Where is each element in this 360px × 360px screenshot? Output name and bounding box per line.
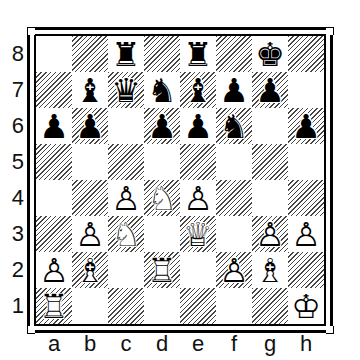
- white-pawn[interactable]: ♟♙: [72, 216, 108, 252]
- square-h5[interactable]: [288, 144, 324, 180]
- white-bishop[interactable]: ♝♗: [72, 252, 108, 288]
- piece-outline: ♖: [144, 252, 180, 288]
- file-label-d: d: [144, 331, 180, 356]
- file-label-f: f: [216, 331, 252, 356]
- rank-label-3: 3: [0, 216, 26, 252]
- square-b2[interactable]: ♝♗: [72, 252, 108, 288]
- black-bishop[interactable]: ♝: [180, 72, 216, 108]
- square-f3[interactable]: [216, 216, 252, 252]
- square-h8[interactable]: [288, 36, 324, 72]
- square-b4[interactable]: [72, 180, 108, 216]
- white-pawn[interactable]: ♟♙: [288, 216, 324, 252]
- square-b5[interactable]: [72, 144, 108, 180]
- white-pawn[interactable]: ♟♙: [108, 180, 144, 216]
- square-a5[interactable]: [36, 144, 72, 180]
- frame-corner-notch: [326, 27, 334, 35]
- square-c8[interactable]: ♜: [108, 36, 144, 72]
- rank-label-7: 7: [0, 72, 26, 108]
- white-pawn[interactable]: ♟♙: [36, 252, 72, 288]
- square-b6[interactable]: ♟: [72, 108, 108, 144]
- square-h4[interactable]: [288, 180, 324, 216]
- frame-corner-notch: [27, 27, 35, 35]
- square-e4[interactable]: ♟♙: [180, 180, 216, 216]
- square-c1[interactable]: [108, 288, 144, 324]
- piece-outline: ♙: [72, 216, 108, 252]
- black-pawn[interactable]: ♟: [36, 108, 72, 144]
- square-f6[interactable]: ♞: [216, 108, 252, 144]
- white-knight[interactable]: ♞♘: [144, 180, 180, 216]
- square-f2[interactable]: ♟♙: [216, 252, 252, 288]
- chess-diagram: 87654321 ♜♜♚♝♛♞♝♟♟♟♟♟♟♞♟♟♙♞♘♟♙♟♙♞♘♛♕♟♙♟♙…: [0, 0, 360, 360]
- square-g4[interactable]: [252, 180, 288, 216]
- file-label-h: h: [288, 331, 324, 356]
- black-pawn[interactable]: ♟: [252, 72, 288, 108]
- square-c7[interactable]: ♛: [108, 72, 144, 108]
- piece-outline: ♗: [72, 252, 108, 288]
- square-g5[interactable]: [252, 144, 288, 180]
- piece-outline: ♗: [252, 252, 288, 288]
- rank-label-6: 6: [0, 108, 26, 144]
- square-b1[interactable]: [72, 288, 108, 324]
- square-f7[interactable]: ♟: [216, 72, 252, 108]
- black-pawn[interactable]: ♟: [72, 108, 108, 144]
- white-knight[interactable]: ♞♘: [108, 216, 144, 252]
- square-a2[interactable]: ♟♙: [36, 252, 72, 288]
- white-rook[interactable]: ♜♖: [144, 252, 180, 288]
- rank-label-8: 8: [0, 36, 26, 72]
- white-king[interactable]: ♚♔: [288, 288, 324, 324]
- square-d8[interactable]: [144, 36, 180, 72]
- piece-outline: ♙: [252, 216, 288, 252]
- square-c2[interactable]: [108, 252, 144, 288]
- rank-label-2: 2: [0, 252, 26, 288]
- square-b8[interactable]: [72, 36, 108, 72]
- black-pawn[interactable]: ♟: [180, 108, 216, 144]
- square-d7[interactable]: ♞: [144, 72, 180, 108]
- rank-label-4: 4: [0, 180, 26, 216]
- frame-corner-notch: [27, 326, 35, 334]
- square-d5[interactable]: [144, 144, 180, 180]
- square-d3[interactable]: [144, 216, 180, 252]
- piece-outline: ♘: [144, 180, 180, 216]
- square-e1[interactable]: [180, 288, 216, 324]
- square-g2[interactable]: ♝♗: [252, 252, 288, 288]
- square-h2[interactable]: [288, 252, 324, 288]
- piece-outline: ♖: [36, 288, 72, 324]
- white-pawn[interactable]: ♟♙: [216, 252, 252, 288]
- piece-outline: ♔: [288, 288, 324, 324]
- piece-outline: ♙: [108, 180, 144, 216]
- black-pawn[interactable]: ♟: [288, 108, 324, 144]
- black-queen[interactable]: ♛: [108, 72, 144, 108]
- square-d4[interactable]: ♞♘: [144, 180, 180, 216]
- white-pawn[interactable]: ♟♙: [180, 180, 216, 216]
- square-e3[interactable]: ♛♕: [180, 216, 216, 252]
- rank-label-1: 1: [0, 288, 26, 324]
- square-c4[interactable]: ♟♙: [108, 180, 144, 216]
- white-pawn[interactable]: ♟♙: [252, 216, 288, 252]
- piece-outline: ♙: [36, 252, 72, 288]
- square-f8[interactable]: [216, 36, 252, 72]
- square-a8[interactable]: [36, 36, 72, 72]
- square-c6[interactable]: [108, 108, 144, 144]
- piece-outline: ♘: [108, 216, 144, 252]
- square-a3[interactable]: [36, 216, 72, 252]
- board-frame: ♜♜♚♝♛♞♝♟♟♟♟♟♟♞♟♟♙♞♘♟♙♟♙♞♘♛♕♟♙♟♙♟♙♝♗♜♖♟♙♝…: [27, 27, 333, 333]
- square-c3[interactable]: ♞♘: [108, 216, 144, 252]
- black-bishop[interactable]: ♝: [72, 72, 108, 108]
- square-h6[interactable]: ♟: [288, 108, 324, 144]
- square-a6[interactable]: ♟: [36, 108, 72, 144]
- black-rook[interactable]: ♜: [180, 36, 216, 72]
- square-a1[interactable]: ♜♖: [36, 288, 72, 324]
- board-inner-border: ♜♜♚♝♛♞♝♟♟♟♟♟♟♞♟♟♙♞♘♟♙♟♙♞♘♛♕♟♙♟♙♟♙♝♗♜♖♟♙♝…: [34, 34, 326, 326]
- chess-board[interactable]: ♜♜♚♝♛♞♝♟♟♟♟♟♟♞♟♟♙♞♘♟♙♟♙♞♘♛♕♟♙♟♙♟♙♝♗♜♖♟♙♝…: [36, 36, 324, 324]
- square-c5[interactable]: [108, 144, 144, 180]
- square-e7[interactable]: ♝: [180, 72, 216, 108]
- square-d1[interactable]: [144, 288, 180, 324]
- square-h7[interactable]: [288, 72, 324, 108]
- black-knight[interactable]: ♞: [216, 108, 252, 144]
- file-label-g: g: [252, 331, 288, 356]
- black-pawn[interactable]: ♟: [144, 108, 180, 144]
- black-rook[interactable]: ♜: [108, 36, 144, 72]
- black-knight[interactable]: ♞: [144, 72, 180, 108]
- white-rook[interactable]: ♜♖: [36, 288, 72, 324]
- square-b7[interactable]: ♝: [72, 72, 108, 108]
- file-label-e: e: [180, 331, 216, 356]
- file-label-b: b: [72, 331, 108, 356]
- square-g1[interactable]: [252, 288, 288, 324]
- square-e5[interactable]: [180, 144, 216, 180]
- square-d2[interactable]: ♜♖: [144, 252, 180, 288]
- square-g8[interactable]: ♚: [252, 36, 288, 72]
- piece-outline: ♙: [180, 180, 216, 216]
- square-a4[interactable]: [36, 180, 72, 216]
- square-g7[interactable]: ♟: [252, 72, 288, 108]
- square-f5[interactable]: [216, 144, 252, 180]
- black-king[interactable]: ♚: [252, 36, 288, 72]
- square-a7[interactable]: [36, 72, 72, 108]
- square-e6[interactable]: ♟: [180, 108, 216, 144]
- frame-corner-notch: [326, 326, 334, 334]
- square-g6[interactable]: [252, 108, 288, 144]
- file-label-c: c: [108, 331, 144, 356]
- square-d6[interactable]: ♟: [144, 108, 180, 144]
- white-bishop[interactable]: ♝♗: [252, 252, 288, 288]
- piece-outline: ♙: [288, 216, 324, 252]
- square-h1[interactable]: ♚♔: [288, 288, 324, 324]
- square-g3[interactable]: ♟♙: [252, 216, 288, 252]
- file-labels: abcdefgh: [36, 331, 324, 356]
- square-f4[interactable]: [216, 180, 252, 216]
- square-f1[interactable]: [216, 288, 252, 324]
- square-e8[interactable]: ♜: [180, 36, 216, 72]
- piece-outline: ♙: [216, 252, 252, 288]
- square-h3[interactable]: ♟♙: [288, 216, 324, 252]
- white-queen[interactable]: ♛♕: [180, 216, 216, 252]
- rank-labels: 87654321: [0, 36, 26, 324]
- rank-label-5: 5: [0, 144, 26, 180]
- file-label-a: a: [36, 331, 72, 356]
- black-pawn[interactable]: ♟: [216, 72, 252, 108]
- square-e2[interactable]: [180, 252, 216, 288]
- square-b3[interactable]: ♟♙: [72, 216, 108, 252]
- piece-outline: ♕: [180, 216, 216, 252]
